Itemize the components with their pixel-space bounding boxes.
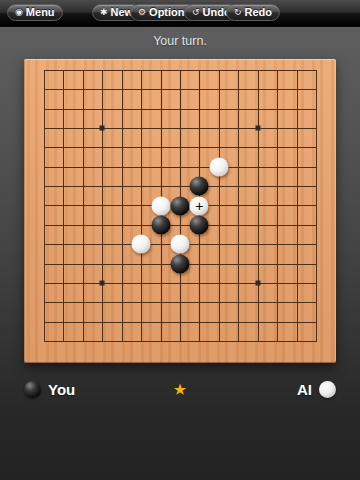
gear-icon: ⚙ bbox=[138, 8, 146, 17]
redo-button[interactable]: ↻ Redo bbox=[226, 4, 280, 21]
undo-arrow-icon: ↺ bbox=[192, 8, 200, 17]
stone-black bbox=[190, 215, 209, 234]
stone-white bbox=[151, 196, 170, 215]
redo-button-label: Redo bbox=[245, 5, 273, 20]
gomoku-board[interactable]: + bbox=[24, 59, 336, 363]
asterisk-icon: ✱ bbox=[100, 8, 108, 17]
ai-white-stone-icon bbox=[319, 381, 336, 398]
player-ai: AI bbox=[187, 381, 336, 398]
player-bar: You ★ AI bbox=[24, 377, 336, 402]
board-grid[interactable]: + bbox=[44, 70, 317, 342]
star-point bbox=[255, 280, 260, 285]
stone-white bbox=[171, 235, 190, 254]
you-black-stone-icon bbox=[24, 381, 41, 398]
star-icon: ★ bbox=[173, 382, 187, 398]
app-screen: ◉ Menu ✱ New ⚙ Options ↺ Undo ↻ Redo You… bbox=[0, 0, 360, 480]
menu-button[interactable]: ◉ Menu bbox=[7, 4, 63, 21]
you-label: You bbox=[48, 381, 75, 398]
status-text: Your turn. bbox=[0, 26, 360, 56]
menu-icon: ◉ bbox=[15, 8, 23, 17]
stone-black bbox=[171, 254, 190, 273]
stone-black bbox=[190, 177, 209, 196]
last-move-marker: + bbox=[195, 199, 203, 213]
ai-label: AI bbox=[297, 381, 312, 398]
player-you: You bbox=[24, 381, 173, 398]
toolbar: ◉ Menu ✱ New ⚙ Options ↺ Undo ↻ Redo bbox=[0, 0, 360, 27]
star-point bbox=[255, 126, 260, 131]
star-point bbox=[100, 126, 105, 131]
stone-white: + bbox=[190, 196, 209, 215]
redo-arrow-icon: ↻ bbox=[234, 8, 242, 17]
stone-black bbox=[151, 215, 170, 234]
menu-button-label: Menu bbox=[26, 5, 55, 20]
stone-black bbox=[171, 196, 190, 215]
stone-white bbox=[132, 235, 151, 254]
stone-white bbox=[209, 157, 228, 176]
star-point bbox=[100, 280, 105, 285]
